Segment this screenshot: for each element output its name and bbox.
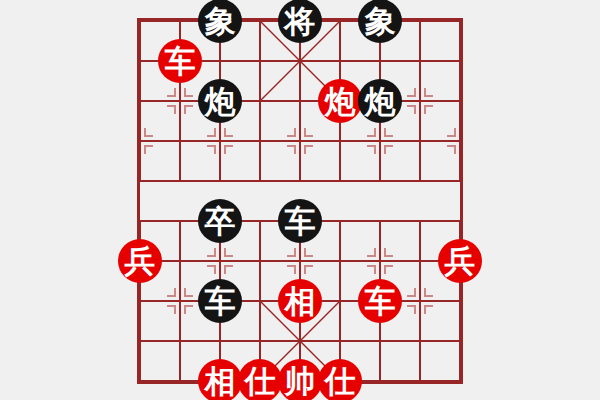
point-marker [407,288,416,297]
point-marker [224,145,233,154]
piece-red-cannon[interactable]: 炮 [318,79,362,123]
point-marker [144,128,153,137]
point-marker [224,128,233,137]
board-cell [420,21,460,61]
point-marker [384,265,393,274]
point-marker [304,265,313,274]
point-marker [367,265,376,274]
point-marker [304,128,313,137]
river-cell [140,181,180,221]
point-marker [384,128,393,137]
point-marker [167,305,176,314]
xiangqi-board-screen: 象将象车炮炮炮卒车兵兵车相车相仕帅仕 [0,0,600,400]
piece-black-elephant[interactable]: 象 [198,0,242,43]
piece-black-chariot[interactable]: 车 [278,199,322,243]
point-marker [287,128,296,137]
piece-black-cannon[interactable]: 炮 [358,79,402,123]
point-marker [224,248,233,257]
point-marker [207,128,216,137]
point-marker [224,265,233,274]
piece-black-cannon[interactable]: 炮 [198,79,242,123]
point-marker [384,248,393,257]
point-marker [184,88,193,97]
piece-red-soldier[interactable]: 兵 [118,239,162,283]
river-cell [340,181,380,221]
point-marker [447,145,456,154]
piece-black-chariot[interactable]: 车 [198,279,242,323]
piece-black-elephant[interactable]: 象 [358,0,402,43]
piece-red-advisor[interactable]: 仕 [318,359,362,400]
point-marker [424,88,433,97]
point-marker [287,145,296,154]
point-marker [207,265,216,274]
point-marker [384,145,393,154]
piece-red-elephant[interactable]: 相 [278,279,322,323]
piece-red-soldier[interactable]: 兵 [438,239,482,283]
point-marker [424,305,433,314]
board-cell [420,341,460,381]
point-marker [407,305,416,314]
point-marker [207,145,216,154]
river-cell [380,181,420,221]
point-marker [167,288,176,297]
point-marker [407,88,416,97]
point-marker [287,265,296,274]
point-marker [407,105,416,114]
piece-black-general[interactable]: 将 [278,0,322,43]
point-marker [367,145,376,154]
piece-red-elephant[interactable]: 相 [198,359,242,400]
point-marker [184,288,193,297]
point-marker [424,105,433,114]
point-marker [424,288,433,297]
point-marker [167,105,176,114]
river-cell [420,181,460,221]
point-marker [304,248,313,257]
point-marker [184,305,193,314]
board-cell [380,341,420,381]
point-marker [207,248,216,257]
point-marker [304,145,313,154]
piece-red-chariot[interactable]: 车 [158,39,202,83]
point-marker [367,248,376,257]
piece-black-soldier[interactable]: 卒 [198,199,242,243]
piece-red-general[interactable]: 帅 [278,359,322,400]
board-cell [260,61,300,101]
board-cell [140,341,180,381]
point-marker [167,88,176,97]
point-marker [447,128,456,137]
point-marker [184,105,193,114]
piece-red-advisor[interactable]: 仕 [238,359,282,400]
point-marker [144,145,153,154]
point-marker [367,128,376,137]
piece-red-chariot[interactable]: 车 [358,279,402,323]
point-marker [287,248,296,257]
